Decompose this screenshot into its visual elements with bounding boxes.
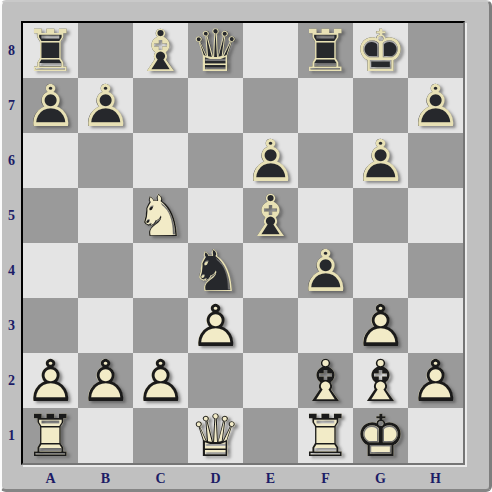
square-g7[interactable]: [353, 78, 408, 133]
square-b6[interactable]: [78, 133, 133, 188]
file-label-c: C: [133, 466, 188, 492]
square-c8[interactable]: ♝♗: [133, 23, 188, 78]
square-h8[interactable]: [408, 23, 463, 78]
square-g6[interactable]: ♟♙: [353, 133, 408, 188]
square-d5[interactable]: [188, 188, 243, 243]
piece-white-rook: ♜: [23, 408, 78, 463]
piece-outline-layer: ♙: [298, 243, 353, 298]
square-f8[interactable]: ♜♖: [298, 23, 353, 78]
square-e3[interactable]: [243, 298, 298, 353]
piece-white-king: ♚: [353, 408, 408, 463]
piece-black-rook: ♜: [298, 23, 353, 78]
square-g8[interactable]: ♚♔: [353, 23, 408, 78]
piece-black-rook: ♜: [23, 23, 78, 78]
rank-label-2: 2: [2, 353, 21, 408]
rank-label-6: 6: [2, 133, 21, 188]
piece-black-king: ♚: [353, 23, 408, 78]
piece-black-bishop: ♝: [133, 23, 188, 78]
piece-outline-layer: ♙: [23, 353, 78, 408]
square-d7[interactable]: [188, 78, 243, 133]
file-label-f: F: [298, 466, 353, 492]
square-c4[interactable]: [133, 243, 188, 298]
piece-black-pawn: ♟: [78, 78, 133, 133]
piece-outline-layer: ♙: [353, 298, 408, 353]
piece-black-bishop: ♝: [243, 188, 298, 243]
square-a4[interactable]: [23, 243, 78, 298]
chess-board: ♜♖♝♗♛♕♜♖♚♔♟♙♟♙♟♙♟♙♟♙♞♘♝♗♞♘♟♙♟♙♟♙♟♙♟♙♟♙♝♗…: [23, 23, 463, 463]
square-b8[interactable]: [78, 23, 133, 78]
piece-outline-layer: ♙: [353, 133, 408, 188]
piece-white-rook: ♜: [298, 408, 353, 463]
piece-outline-layer: ♙: [78, 353, 133, 408]
square-b5[interactable]: [78, 188, 133, 243]
piece-white-pawn: ♟: [408, 353, 463, 408]
square-f6[interactable]: [298, 133, 353, 188]
square-c5[interactable]: ♞♘: [133, 188, 188, 243]
rank-label-8: 8: [2, 23, 21, 78]
piece-white-queen: ♛: [188, 408, 243, 463]
square-a6[interactable]: [23, 133, 78, 188]
square-f2[interactable]: ♝♗: [298, 353, 353, 408]
piece-outline-layer: ♕: [188, 408, 243, 463]
square-b4[interactable]: [78, 243, 133, 298]
square-d3[interactable]: ♟♙: [188, 298, 243, 353]
square-g2[interactable]: ♝♗: [353, 353, 408, 408]
rank-labels: 87654321: [2, 23, 21, 463]
square-b1[interactable]: [78, 408, 133, 463]
square-b2[interactable]: ♟♙: [78, 353, 133, 408]
square-h6[interactable]: [408, 133, 463, 188]
square-d4[interactable]: ♞♘: [188, 243, 243, 298]
square-c3[interactable]: [133, 298, 188, 353]
square-a1[interactable]: ♜♖: [23, 408, 78, 463]
square-h2[interactable]: ♟♙: [408, 353, 463, 408]
piece-outline-layer: ♙: [78, 78, 133, 133]
square-e1[interactable]: [243, 408, 298, 463]
square-g1[interactable]: ♚♔: [353, 408, 408, 463]
rank-label-4: 4: [2, 243, 21, 298]
square-h3[interactable]: [408, 298, 463, 353]
piece-outline-layer: ♖: [23, 23, 78, 78]
square-h1[interactable]: [408, 408, 463, 463]
square-d8[interactable]: ♛♕: [188, 23, 243, 78]
piece-white-pawn: ♟: [133, 353, 188, 408]
file-labels: ABCDEFGH: [23, 466, 463, 492]
square-e8[interactable]: [243, 23, 298, 78]
chess-program-window: 87654321 ♜♖♝♗♛♕♜♖♚♔♟♙♟♙♟♙♟♙♟♙♞♘♝♗♞♘♟♙♟♙♟…: [0, 0, 492, 492]
file-label-d: D: [188, 466, 243, 492]
square-h4[interactable]: [408, 243, 463, 298]
piece-outline-layer: ♙: [408, 353, 463, 408]
square-d6[interactable]: [188, 133, 243, 188]
square-a7[interactable]: ♟♙: [23, 78, 78, 133]
piece-white-pawn: ♟: [78, 353, 133, 408]
piece-white-bishop: ♝: [353, 353, 408, 408]
square-c6[interactable]: [133, 133, 188, 188]
piece-outline-layer: ♕: [188, 23, 243, 78]
square-e5[interactable]: ♝♗: [243, 188, 298, 243]
square-f5[interactable]: [298, 188, 353, 243]
square-d2[interactable]: [188, 353, 243, 408]
square-a3[interactable]: [23, 298, 78, 353]
piece-outline-layer: ♔: [353, 23, 408, 78]
piece-black-pawn: ♟: [23, 78, 78, 133]
square-g3[interactable]: ♟♙: [353, 298, 408, 353]
piece-black-queen: ♛: [188, 23, 243, 78]
piece-outline-layer: ♖: [298, 408, 353, 463]
square-e7[interactable]: [243, 78, 298, 133]
piece-outline-layer: ♗: [353, 353, 408, 408]
square-c2[interactable]: ♟♙: [133, 353, 188, 408]
file-label-e: E: [243, 466, 298, 492]
rank-label-5: 5: [2, 188, 21, 243]
piece-outline-layer: ♖: [23, 408, 78, 463]
piece-white-pawn: ♟: [23, 353, 78, 408]
piece-outline-layer: ♗: [133, 23, 188, 78]
square-h5[interactable]: [408, 188, 463, 243]
piece-white-knight: ♞: [133, 188, 188, 243]
square-f7[interactable]: [298, 78, 353, 133]
piece-black-pawn: ♟: [243, 133, 298, 188]
piece-outline-layer: ♙: [408, 78, 463, 133]
square-b7[interactable]: ♟♙: [78, 78, 133, 133]
file-label-g: G: [353, 466, 408, 492]
square-e4[interactable]: [243, 243, 298, 298]
piece-white-bishop: ♝: [298, 353, 353, 408]
board-frame: ♜♖♝♗♛♕♜♖♚♔♟♙♟♙♟♙♟♙♟♙♞♘♝♗♞♘♟♙♟♙♟♙♟♙♟♙♟♙♝♗…: [21, 21, 465, 465]
square-b3[interactable]: [78, 298, 133, 353]
rank-label-7: 7: [2, 78, 21, 133]
square-g4[interactable]: [353, 243, 408, 298]
piece-outline-layer: ♙: [188, 298, 243, 353]
piece-black-pawn: ♟: [353, 133, 408, 188]
square-g5[interactable]: [353, 188, 408, 243]
file-label-a: A: [23, 466, 78, 492]
file-label-b: B: [78, 466, 133, 492]
piece-black-knight: ♞: [188, 243, 243, 298]
piece-outline-layer: ♖: [298, 23, 353, 78]
piece-black-pawn: ♟: [298, 243, 353, 298]
rank-label-3: 3: [2, 298, 21, 353]
square-e6[interactable]: ♟♙: [243, 133, 298, 188]
piece-outline-layer: ♙: [133, 353, 188, 408]
file-label-h: H: [408, 466, 463, 492]
square-e2[interactable]: [243, 353, 298, 408]
square-c1[interactable]: [133, 408, 188, 463]
piece-outline-layer: ♗: [243, 188, 298, 243]
square-f4[interactable]: ♟♙: [298, 243, 353, 298]
piece-white-pawn: ♟: [353, 298, 408, 353]
piece-outline-layer: ♙: [23, 78, 78, 133]
piece-white-pawn: ♟: [188, 298, 243, 353]
piece-outline-layer: ♔: [353, 408, 408, 463]
piece-outline-layer: ♘: [133, 188, 188, 243]
square-a8[interactable]: ♜♖: [23, 23, 78, 78]
square-h7[interactable]: ♟♙: [408, 78, 463, 133]
piece-outline-layer: ♙: [243, 133, 298, 188]
square-d1[interactable]: ♛♕: [188, 408, 243, 463]
piece-outline-layer: ♘: [188, 243, 243, 298]
piece-outline-layer: ♗: [298, 353, 353, 408]
piece-black-pawn: ♟: [408, 78, 463, 133]
square-a5[interactable]: [23, 188, 78, 243]
square-f1[interactable]: ♜♖: [298, 408, 353, 463]
square-c7[interactable]: [133, 78, 188, 133]
square-a2[interactable]: ♟♙: [23, 353, 78, 408]
rank-label-1: 1: [2, 408, 21, 463]
square-f3[interactable]: [298, 298, 353, 353]
